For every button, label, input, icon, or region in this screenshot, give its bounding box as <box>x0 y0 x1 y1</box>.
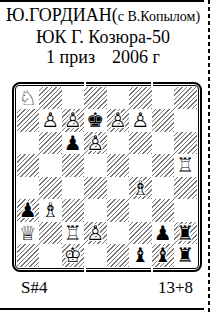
square-c8 <box>62 87 85 110</box>
square-d7: ♚ <box>84 109 107 132</box>
piece-white-bishop: ♗ <box>39 199 62 222</box>
square-d3 <box>84 199 107 222</box>
piece-white-pawn: ♙ <box>129 109 152 132</box>
piece-count: 13+8 <box>158 278 193 298</box>
square-e7: ♙ <box>107 109 130 132</box>
piece-black-rook: ♜ <box>174 244 197 267</box>
square-f2 <box>129 222 152 245</box>
square-c6: ♟ <box>62 132 85 155</box>
piece-white-knight: ♘ <box>17 87 40 110</box>
square-f1: ♝ <box>129 244 152 267</box>
frame-tick-top-left <box>84 81 86 87</box>
square-e3 <box>107 199 130 222</box>
frame-tick-bottom-left <box>84 267 86 273</box>
square-g7 <box>152 109 175 132</box>
square-b3: ♗ <box>39 199 62 222</box>
square-g4 <box>152 177 175 200</box>
square-e6 <box>107 132 130 155</box>
square-h6 <box>174 132 197 155</box>
square-f6 <box>129 132 152 155</box>
square-c5 <box>62 154 85 177</box>
square-f3 <box>129 199 152 222</box>
square-d6: ♙ <box>84 132 107 155</box>
footer: S#4 13+8 <box>12 278 202 298</box>
piece-white-rook: ♖ <box>62 222 85 245</box>
piece-white-king: ♔ <box>62 244 85 267</box>
square-c7: ♙ <box>62 109 85 132</box>
square-b6 <box>39 132 62 155</box>
award: 1 приз <box>46 47 95 67</box>
square-h5: ♖ <box>174 154 197 177</box>
square-f4: ♗ <box>129 177 152 200</box>
piece-black-pawn: ♟ <box>62 132 85 155</box>
piece-white-bishop: ♗ <box>129 177 152 200</box>
author-line: Ю.ГОРДИАН(с В.Копылом) <box>0 5 206 27</box>
board-frame: ♘♙♙♚♙♙♟♙♖♗♟♗♕♖♙♟♜♔♝♝♜ <box>12 82 202 272</box>
square-c3 <box>62 199 85 222</box>
piece-white-pawn: ♙ <box>84 222 107 245</box>
square-g8 <box>152 87 175 110</box>
square-a8: ♘ <box>17 87 40 110</box>
piece-black-pawn: ♟ <box>152 222 175 245</box>
piece-black-bishop: ♝ <box>152 244 175 267</box>
piece-black-pawn: ♟ <box>17 199 40 222</box>
square-b5 <box>39 154 62 177</box>
square-g2: ♟ <box>152 222 175 245</box>
square-a6 <box>17 132 40 155</box>
piece-white-pawn: ♙ <box>84 132 107 155</box>
square-h1: ♜ <box>174 244 197 267</box>
square-g3 <box>152 199 175 222</box>
frame-tick-bottom-right <box>151 267 153 273</box>
square-d4 <box>84 177 107 200</box>
board-inner-frame: ♘♙♙♚♙♙♟♙♖♗♟♗♕♖♙♟♜♔♝♝♜ <box>15 85 199 269</box>
square-e2 <box>107 222 130 245</box>
square-a1 <box>17 244 40 267</box>
square-g6 <box>152 132 175 155</box>
frame-tick-top-right <box>151 81 153 87</box>
piece-black-king: ♚ <box>84 109 107 132</box>
square-g1: ♝ <box>152 244 175 267</box>
dashed-column-separator <box>208 0 210 314</box>
square-h8 <box>174 87 197 110</box>
bottom-rule <box>0 308 204 310</box>
square-e5 <box>107 154 130 177</box>
square-a4 <box>17 177 40 200</box>
piece-black-rook: ♜ <box>174 222 197 245</box>
author-name: Ю.ГОРДИАН( <box>6 5 118 25</box>
square-a5 <box>17 154 40 177</box>
square-h3 <box>174 199 197 222</box>
square-c2: ♖ <box>62 222 85 245</box>
square-b1 <box>39 244 62 267</box>
square-g5 <box>152 154 175 177</box>
square-a2: ♕ <box>17 222 40 245</box>
square-e8 <box>107 87 130 110</box>
tourney-line: ЮК Г. Козюра-50 <box>0 27 206 47</box>
stipulation: S#4 <box>21 278 47 298</box>
square-e1 <box>107 244 130 267</box>
square-a3: ♟ <box>17 199 40 222</box>
square-b2 <box>39 222 62 245</box>
square-c4 <box>62 177 85 200</box>
year: 2006 г <box>112 47 160 67</box>
chess-board: ♘♙♙♚♙♙♟♙♖♗♟♗♕♖♙♟♜♔♝♝♜ <box>17 87 197 267</box>
award-line: 1 приз2006 г <box>0 47 206 67</box>
problem-card: Ю.ГОРДИАН(с В.Копылом) ЮК Г. Козюра-50 1… <box>0 0 220 314</box>
top-rule <box>0 0 204 2</box>
square-d5 <box>84 154 107 177</box>
square-a7 <box>17 109 40 132</box>
square-f5 <box>129 154 152 177</box>
piece-white-pawn: ♙ <box>39 109 62 132</box>
square-d1 <box>84 244 107 267</box>
square-c1: ♔ <box>62 244 85 267</box>
piece-black-bishop: ♝ <box>129 244 152 267</box>
square-b4 <box>39 177 62 200</box>
square-h2: ♜ <box>174 222 197 245</box>
square-h7 <box>174 109 197 132</box>
square-e4 <box>107 177 130 200</box>
square-d2: ♙ <box>84 222 107 245</box>
square-f7: ♙ <box>129 109 152 132</box>
piece-white-pawn: ♙ <box>107 109 130 132</box>
square-d8 <box>84 87 107 110</box>
piece-white-pawn: ♙ <box>62 109 85 132</box>
square-h4 <box>174 177 197 200</box>
square-b8 <box>39 87 62 110</box>
piece-white-queen: ♕ <box>17 222 40 245</box>
header: Ю.ГОРДИАН(с В.Копылом) ЮК Г. Козюра-50 1… <box>0 5 206 67</box>
square-f8 <box>129 87 152 110</box>
piece-white-rook: ♖ <box>174 154 197 177</box>
co-author: с В.Копылом) <box>118 9 200 24</box>
square-b7: ♙ <box>39 109 62 132</box>
